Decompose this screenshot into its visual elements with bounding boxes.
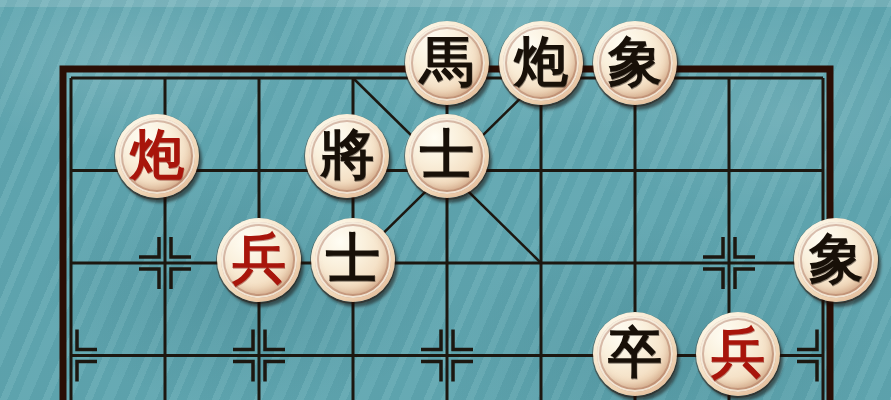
piece-glyph: 兵 <box>711 325 765 379</box>
piece-red-soldier[interactable]: 兵 <box>696 312 780 396</box>
piece-black-elephant[interactable]: 象 <box>593 21 677 105</box>
piece-black-horse[interactable]: 馬 <box>405 21 489 105</box>
piece-glyph: 炮 <box>514 34 568 88</box>
piece-glyph: 馬 <box>420 34 474 88</box>
piece-glyph: 士 <box>420 127 474 181</box>
piece-black-general[interactable]: 將 <box>305 114 389 198</box>
xiangqi-board-screenshot: 馬炮象炮將士兵士象卒兵 <box>0 0 891 400</box>
piece-glyph: 象 <box>809 231 863 285</box>
piece-glyph: 士 <box>326 231 380 285</box>
piece-red-soldier[interactable]: 兵 <box>217 218 301 302</box>
piece-black-elephant[interactable]: 象 <box>794 218 878 302</box>
piece-black-cannon[interactable]: 炮 <box>499 21 583 105</box>
piece-glyph: 象 <box>608 34 662 88</box>
piece-glyph: 炮 <box>130 127 184 181</box>
pieces-layer: 馬炮象炮將士兵士象卒兵 <box>24 32 870 400</box>
piece-black-advisor[interactable]: 士 <box>405 114 489 198</box>
piece-glyph: 兵 <box>232 231 286 285</box>
piece-glyph: 將 <box>320 127 374 181</box>
piece-black-soldier[interactable]: 卒 <box>593 312 677 396</box>
piece-red-cannon[interactable]: 炮 <box>115 114 199 198</box>
piece-glyph: 卒 <box>608 325 662 379</box>
piece-black-advisor[interactable]: 士 <box>311 218 395 302</box>
